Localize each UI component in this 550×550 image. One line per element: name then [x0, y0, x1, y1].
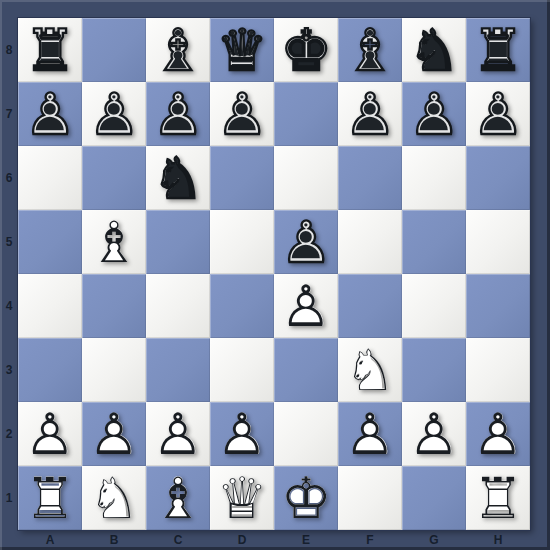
pawn-glyph-outline: ♙: [344, 402, 395, 466]
black-knight[interactable]: ♞♘♞: [146, 146, 210, 210]
square-g4[interactable]: [402, 274, 466, 338]
square-d7[interactable]: ♟♙♟: [210, 82, 274, 146]
square-d3[interactable]: [210, 338, 274, 402]
pawn-glyph-edge: ♟: [408, 82, 459, 146]
square-c7[interactable]: ♟♙♟: [146, 82, 210, 146]
pawn-glyph-outline: ♙: [280, 274, 331, 338]
pawn-glyph-outline: ♙: [472, 402, 523, 466]
square-h8[interactable]: ♜♖♜: [466, 18, 530, 82]
knight-glyph-edge: ♞: [152, 146, 203, 210]
square-d1[interactable]: ♛♕: [210, 466, 274, 530]
square-e2[interactable]: [274, 402, 338, 466]
queen-glyph-edge: ♛: [216, 18, 267, 82]
rook-glyph-outline: ♖: [472, 466, 523, 530]
square-g3[interactable]: [402, 338, 466, 402]
black-pawn[interactable]: ♟♙♟: [274, 210, 338, 274]
square-g1[interactable]: [402, 466, 466, 530]
file-label-g: G: [402, 530, 466, 550]
square-h7[interactable]: ♟♙♟: [466, 82, 530, 146]
black-queen[interactable]: ♛♕♛: [210, 18, 274, 82]
square-c2[interactable]: ♟♙: [146, 402, 210, 466]
black-pawn[interactable]: ♟♙♟: [146, 82, 210, 146]
white-pawn[interactable]: ♟♙: [146, 402, 210, 466]
square-b4[interactable]: [82, 274, 146, 338]
file-label-a: A: [18, 530, 82, 550]
square-b6[interactable]: [82, 146, 146, 210]
square-f8[interactable]: ♝♗♝: [338, 18, 402, 82]
square-a5[interactable]: [18, 210, 82, 274]
square-d8[interactable]: ♛♕♛: [210, 18, 274, 82]
white-pawn[interactable]: ♟♙: [402, 402, 466, 466]
bishop-glyph-edge: ♝: [344, 18, 395, 82]
bishop-glyph-outline: ♗: [88, 210, 139, 274]
square-g6[interactable]: [402, 146, 466, 210]
pawn-glyph-outline: ♙: [408, 402, 459, 466]
white-pawn[interactable]: ♟♙: [82, 402, 146, 466]
black-pawn[interactable]: ♟♙♟: [402, 82, 466, 146]
white-rook[interactable]: ♜♖: [466, 466, 530, 530]
rank-label-6: 6: [0, 146, 18, 210]
square-d6[interactable]: [210, 146, 274, 210]
rank-label-2: 2: [0, 402, 18, 466]
file-label-e: E: [274, 530, 338, 550]
black-pawn[interactable]: ♟♙♟: [338, 82, 402, 146]
white-queen[interactable]: ♛♕: [210, 466, 274, 530]
black-pawn[interactable]: ♟♙♟: [82, 82, 146, 146]
square-f1[interactable]: [338, 466, 402, 530]
square-a2[interactable]: ♟♙: [18, 402, 82, 466]
square-e5[interactable]: ♟♙♟: [274, 210, 338, 274]
white-bishop[interactable]: ♝♗: [82, 210, 146, 274]
pawn-glyph-outline: ♙: [88, 402, 139, 466]
black-bishop[interactable]: ♝♗♝: [146, 18, 210, 82]
square-b8[interactable]: [82, 18, 146, 82]
file-labels: ABCDEFGH: [18, 530, 530, 550]
square-f7[interactable]: ♟♙♟: [338, 82, 402, 146]
file-label-f: F: [338, 530, 402, 550]
pawn-glyph-outline: ♙: [24, 402, 75, 466]
black-bishop[interactable]: ♝♗♝: [338, 18, 402, 82]
square-f4[interactable]: [338, 274, 402, 338]
square-h3[interactable]: [466, 338, 530, 402]
knight-glyph-outline: ♘: [344, 338, 395, 402]
square-e7[interactable]: [274, 82, 338, 146]
black-king[interactable]: ♚♔♚: [274, 18, 338, 82]
square-f6[interactable]: [338, 146, 402, 210]
square-a8[interactable]: ♜♖♜: [18, 18, 82, 82]
square-b3[interactable]: [82, 338, 146, 402]
black-rook[interactable]: ♜♖♜: [466, 18, 530, 82]
rank-label-8: 8: [0, 18, 18, 82]
rank-label-1: 1: [0, 466, 18, 530]
pawn-glyph-edge: ♟: [280, 210, 331, 274]
bishop-glyph-edge: ♝: [152, 18, 203, 82]
square-a4[interactable]: [18, 274, 82, 338]
square-h1[interactable]: ♜♖: [466, 466, 530, 530]
square-h2[interactable]: ♟♙: [466, 402, 530, 466]
square-a7[interactable]: ♟♙♟: [18, 82, 82, 146]
square-c4[interactable]: [146, 274, 210, 338]
square-b7[interactable]: ♟♙♟: [82, 82, 146, 146]
square-c1[interactable]: ♝♗: [146, 466, 210, 530]
square-a1[interactable]: ♜♖: [18, 466, 82, 530]
square-a3[interactable]: [18, 338, 82, 402]
bishop-glyph-outline: ♗: [152, 466, 203, 530]
square-e1[interactable]: ♚♔: [274, 466, 338, 530]
square-d2[interactable]: ♟♙: [210, 402, 274, 466]
pawn-glyph-edge: ♟: [88, 82, 139, 146]
white-rook[interactable]: ♜♖: [18, 466, 82, 530]
square-d5[interactable]: [210, 210, 274, 274]
square-h4[interactable]: [466, 274, 530, 338]
square-e4[interactable]: ♟♙: [274, 274, 338, 338]
square-c6[interactable]: ♞♘♞: [146, 146, 210, 210]
knight-glyph-edge: ♞: [408, 18, 459, 82]
file-label-d: D: [210, 530, 274, 550]
pawn-glyph-edge: ♟: [24, 82, 75, 146]
pawn-glyph-outline: ♙: [152, 402, 203, 466]
rank-labels: 87654321: [0, 18, 18, 530]
black-pawn[interactable]: ♟♙♟: [210, 82, 274, 146]
square-h5[interactable]: [466, 210, 530, 274]
square-f5[interactable]: [338, 210, 402, 274]
rank-label-3: 3: [0, 338, 18, 402]
white-pawn[interactable]: ♟♙: [18, 402, 82, 466]
white-bishop[interactable]: ♝♗: [146, 466, 210, 530]
pawn-glyph-edge: ♟: [216, 82, 267, 146]
file-label-c: C: [146, 530, 210, 550]
square-g8[interactable]: ♞♘♞: [402, 18, 466, 82]
rank-label-4: 4: [0, 274, 18, 338]
square-b2[interactable]: ♟♙: [82, 402, 146, 466]
pawn-glyph-edge: ♟: [152, 82, 203, 146]
white-pawn[interactable]: ♟♙: [274, 274, 338, 338]
square-e6[interactable]: [274, 146, 338, 210]
square-c8[interactable]: ♝♗♝: [146, 18, 210, 82]
rook-glyph-outline: ♖: [24, 466, 75, 530]
file-label-b: B: [82, 530, 146, 550]
black-pawn[interactable]: ♟♙♟: [466, 82, 530, 146]
square-c5[interactable]: [146, 210, 210, 274]
square-b1[interactable]: ♞♘: [82, 466, 146, 530]
chess-board[interactable]: ♜♖♜♝♗♝♛♕♛♚♔♚♝♗♝♞♘♞♜♖♜♟♙♟♟♙♟♟♙♟♟♙♟♟♙♟♟♙♟♟…: [18, 18, 530, 530]
white-knight[interactable]: ♞♘: [338, 338, 402, 402]
square-d4[interactable]: [210, 274, 274, 338]
square-c3[interactable]: [146, 338, 210, 402]
king-glyph-outline: ♔: [280, 466, 331, 530]
file-label-h: H: [466, 530, 530, 550]
rook-glyph-edge: ♜: [472, 18, 523, 82]
pawn-glyph-outline: ♙: [216, 402, 267, 466]
rook-glyph-edge: ♜: [24, 18, 75, 82]
rank-label-7: 7: [0, 82, 18, 146]
black-rook[interactable]: ♜♖♜: [18, 18, 82, 82]
pawn-glyph-edge: ♟: [472, 82, 523, 146]
white-king[interactable]: ♚♔: [274, 466, 338, 530]
black-pawn[interactable]: ♟♙♟: [18, 82, 82, 146]
white-pawn[interactable]: ♟♙: [210, 402, 274, 466]
pawn-glyph-edge: ♟: [344, 82, 395, 146]
rank-label-5: 5: [0, 210, 18, 274]
square-f3[interactable]: ♞♘: [338, 338, 402, 402]
square-f2[interactable]: ♟♙: [338, 402, 402, 466]
black-knight[interactable]: ♞♘♞: [402, 18, 466, 82]
square-g5[interactable]: [402, 210, 466, 274]
queen-glyph-outline: ♕: [216, 466, 267, 530]
square-b5[interactable]: ♝♗: [82, 210, 146, 274]
white-pawn[interactable]: ♟♙: [466, 402, 530, 466]
square-e3[interactable]: [274, 338, 338, 402]
white-pawn[interactable]: ♟♙: [338, 402, 402, 466]
chess-board-frame: 87654321 ABCDEFGH ♜♖♜♝♗♝♛♕♛♚♔♚♝♗♝♞♘♞♜♖♜♟…: [0, 0, 550, 550]
knight-glyph-outline: ♘: [88, 466, 139, 530]
square-g2[interactable]: ♟♙: [402, 402, 466, 466]
white-knight[interactable]: ♞♘: [82, 466, 146, 530]
square-h6[interactable]: [466, 146, 530, 210]
king-glyph-edge: ♚: [280, 18, 331, 82]
square-e8[interactable]: ♚♔♚: [274, 18, 338, 82]
square-a6[interactable]: [18, 146, 82, 210]
square-g7[interactable]: ♟♙♟: [402, 82, 466, 146]
